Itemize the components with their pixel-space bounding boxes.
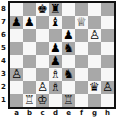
file-label-a: a [10,108,23,118]
square-d2[interactable]: ♗ [49,81,62,94]
square-h7[interactable] [101,16,114,29]
square-c3[interactable] [36,68,49,81]
piece-white-pawn[interactable]: ♙ [37,81,48,94]
rank-label-2: 2 [0,81,7,94]
piece-white-rook[interactable]: ♖ [24,94,35,107]
square-e8[interactable] [62,3,75,16]
square-a8[interactable] [10,3,23,16]
piece-white-pawn[interactable]: ♙ [89,29,100,42]
piece-black-pawn[interactable]: ♟ [50,42,61,55]
square-e4[interactable] [62,55,75,68]
square-g7[interactable] [88,16,101,29]
square-f2[interactable] [75,81,88,94]
square-b4[interactable] [23,55,36,68]
piece-white-king[interactable]: ♔ [37,94,48,107]
file-label-g: g [88,108,101,118]
piece-black-rook[interactable]: ♜ [50,3,61,16]
piece-black-knight[interactable]: ♞ [63,42,74,55]
square-b7[interactable]: ♟ [23,16,36,29]
square-c7[interactable] [36,16,49,29]
piece-black-pawn[interactable]: ♟ [63,29,74,42]
rank-label-4: 4 [0,55,7,68]
piece-white-bishop[interactable]: ♗ [50,68,61,81]
square-f5[interactable] [75,42,88,55]
board-frame: ♚♜♟♟♝♕♟♙♟♞♟♙♗♞♙♗♛♙♖♔♖ [8,1,116,109]
file-label-b: b [23,108,36,118]
square-f8[interactable] [75,3,88,16]
piece-black-queen[interactable]: ♛ [89,81,100,94]
rank-labels: 87654321 [0,3,7,107]
square-e5[interactable]: ♞ [62,42,75,55]
rank-label-6: 6 [0,29,7,42]
square-a1[interactable] [10,94,23,107]
square-b3[interactable] [23,68,36,81]
square-d4[interactable]: ♟ [49,55,62,68]
square-e2[interactable] [62,81,75,94]
square-h2[interactable]: ♙ [101,81,114,94]
square-c2[interactable]: ♙ [36,81,49,94]
square-d6[interactable] [49,29,62,42]
square-d3[interactable]: ♗ [49,68,62,81]
square-f7[interactable]: ♕ [75,16,88,29]
square-h6[interactable] [101,29,114,42]
file-labels: abcdefgh [10,108,114,118]
square-f1[interactable] [75,94,88,107]
rank-label-3: 3 [0,68,7,81]
square-e1[interactable]: ♖ [62,94,75,107]
chess-diagram: 87654321 ♚♜♟♟♝♕♟♙♟♞♟♙♗♞♙♗♛♙♖♔♖ abcdefgh [0,0,118,118]
chess-board: ♚♜♟♟♝♕♟♙♟♞♟♙♗♞♙♗♛♙♖♔♖ [10,3,114,107]
file-label-f: f [75,108,88,118]
square-d8[interactable]: ♜ [49,3,62,16]
piece-black-pawn[interactable]: ♟ [11,16,22,29]
file-label-d: d [49,108,62,118]
square-c5[interactable] [36,42,49,55]
square-e6[interactable]: ♟ [62,29,75,42]
file-label-e: e [62,108,75,118]
square-h4[interactable] [101,55,114,68]
square-a3[interactable]: ♙ [10,68,23,81]
piece-white-pawn[interactable]: ♙ [11,68,22,81]
piece-white-bishop[interactable]: ♗ [50,81,61,94]
square-c1[interactable]: ♔ [36,94,49,107]
square-d5[interactable]: ♟ [49,42,62,55]
square-g3[interactable] [88,68,101,81]
square-b8[interactable] [23,3,36,16]
piece-black-pawn[interactable]: ♟ [24,16,35,29]
rank-label-7: 7 [0,16,7,29]
square-a7[interactable]: ♟ [10,16,23,29]
piece-white-queen[interactable]: ♕ [76,16,87,29]
file-label-c: c [36,108,49,118]
square-c8[interactable]: ♚ [36,3,49,16]
piece-white-pawn[interactable]: ♙ [102,81,113,94]
square-d7[interactable]: ♝ [49,16,62,29]
square-g1[interactable] [88,94,101,107]
piece-black-knight[interactable]: ♞ [63,68,74,81]
square-g5[interactable] [88,42,101,55]
piece-black-bishop[interactable]: ♝ [50,16,61,29]
square-b2[interactable] [23,81,36,94]
square-h3[interactable] [101,68,114,81]
rank-label-8: 8 [0,3,7,16]
rank-label-1: 1 [0,94,7,107]
square-b6[interactable] [23,29,36,42]
square-g8[interactable] [88,3,101,16]
file-label-h: h [101,108,114,118]
square-a5[interactable] [10,42,23,55]
square-c4[interactable] [36,55,49,68]
square-a2[interactable] [10,81,23,94]
square-g6[interactable]: ♙ [88,29,101,42]
square-a6[interactable] [10,29,23,42]
square-e3[interactable]: ♞ [62,68,75,81]
square-f3[interactable] [75,68,88,81]
square-c6[interactable] [36,29,49,42]
square-g4[interactable] [88,55,101,68]
square-b5[interactable] [23,42,36,55]
rank-label-5: 5 [0,42,7,55]
piece-white-rook[interactable]: ♖ [63,94,74,107]
piece-black-pawn[interactable]: ♟ [50,55,61,68]
square-e7[interactable] [62,16,75,29]
square-d1[interactable] [49,94,62,107]
square-h5[interactable] [101,42,114,55]
square-f4[interactable] [75,55,88,68]
square-h8[interactable] [101,3,114,16]
square-f6[interactable] [75,29,88,42]
square-a4[interactable] [10,55,23,68]
piece-black-king[interactable]: ♚ [37,3,48,16]
square-g2[interactable]: ♛ [88,81,101,94]
square-b1[interactable]: ♖ [23,94,36,107]
square-h1[interactable] [101,94,114,107]
